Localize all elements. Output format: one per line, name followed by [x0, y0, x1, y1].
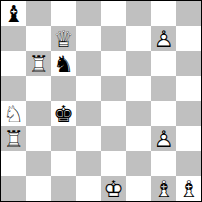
square-g2[interactable] — [151, 151, 176, 176]
square-d2[interactable] — [76, 151, 101, 176]
square-b8[interactable] — [26, 1, 51, 26]
square-h6[interactable] — [176, 51, 201, 76]
square-h5[interactable] — [176, 76, 201, 101]
piece-black-knight-c6: ♞ — [51, 51, 76, 76]
square-g5[interactable] — [151, 76, 176, 101]
square-f6[interactable] — [126, 51, 151, 76]
square-b5[interactable] — [26, 76, 51, 101]
square-f4[interactable] — [126, 101, 151, 126]
square-e6[interactable] — [101, 51, 126, 76]
square-g1[interactable]: ♝♗ — [151, 176, 176, 201]
square-a8[interactable]: ♝ — [1, 1, 26, 26]
square-e3[interactable] — [101, 126, 126, 151]
square-h3[interactable] — [176, 126, 201, 151]
piece-black-king-c4: ♚ — [51, 101, 76, 126]
square-g4[interactable] — [151, 101, 176, 126]
piece-white-knight-a4: ♞♘ — [1, 101, 26, 126]
piece-white-rook-b6: ♜♖ — [26, 51, 51, 76]
square-c3[interactable] — [51, 126, 76, 151]
square-d5[interactable] — [76, 76, 101, 101]
square-c6[interactable]: ♞ — [51, 51, 76, 76]
square-c8[interactable] — [51, 1, 76, 26]
square-a6[interactable] — [1, 51, 26, 76]
chess-board: ♝♛♕♟♙♜♖♞♞♘♚♜♖♟♙♚♔♝♗♝♗ — [1, 1, 201, 201]
square-a5[interactable] — [1, 76, 26, 101]
square-f2[interactable] — [126, 151, 151, 176]
square-h1[interactable]: ♝♗ — [176, 176, 201, 201]
piece-white-bishop-h1: ♝♗ — [176, 176, 201, 201]
square-e2[interactable] — [101, 151, 126, 176]
square-h7[interactable] — [176, 26, 201, 51]
square-e5[interactable] — [101, 76, 126, 101]
piece-white-rook-a3: ♜♖ — [1, 126, 26, 151]
square-f3[interactable] — [126, 126, 151, 151]
knight-outline-layer: ♘ — [1, 101, 26, 126]
square-a1[interactable] — [1, 176, 26, 201]
square-e8[interactable] — [101, 1, 126, 26]
square-a4[interactable]: ♞♘ — [1, 101, 26, 126]
square-a3[interactable]: ♜♖ — [1, 126, 26, 151]
square-d4[interactable] — [76, 101, 101, 126]
rook-outline-layer: ♖ — [1, 126, 26, 151]
square-e4[interactable] — [101, 101, 126, 126]
square-f5[interactable] — [126, 76, 151, 101]
square-d3[interactable] — [76, 126, 101, 151]
pawn-outline-layer: ♙ — [151, 126, 176, 151]
square-b3[interactable] — [26, 126, 51, 151]
square-a2[interactable] — [1, 151, 26, 176]
square-h8[interactable] — [176, 1, 201, 26]
square-b6[interactable]: ♜♖ — [26, 51, 51, 76]
piece-white-queen-c7: ♛♕ — [51, 26, 76, 51]
square-b7[interactable] — [26, 26, 51, 51]
square-e1[interactable]: ♚♔ — [101, 176, 126, 201]
square-g7[interactable]: ♟♙ — [151, 26, 176, 51]
square-c1[interactable] — [51, 176, 76, 201]
square-c2[interactable] — [51, 151, 76, 176]
square-d6[interactable] — [76, 51, 101, 76]
piece-white-pawn-g7: ♟♙ — [151, 26, 176, 51]
square-d8[interactable] — [76, 1, 101, 26]
square-g6[interactable] — [151, 51, 176, 76]
square-g8[interactable] — [151, 1, 176, 26]
square-d1[interactable] — [76, 176, 101, 201]
chess-diagram-frame: ♝♛♕♟♙♜♖♞♞♘♚♜♖♟♙♚♔♝♗♝♗ — [0, 0, 202, 202]
square-g3[interactable]: ♟♙ — [151, 126, 176, 151]
square-c4[interactable]: ♚ — [51, 101, 76, 126]
square-a7[interactable] — [1, 26, 26, 51]
bishop-outline-layer: ♗ — [151, 176, 176, 201]
square-f1[interactable] — [126, 176, 151, 201]
square-f7[interactable] — [126, 26, 151, 51]
square-b1[interactable] — [26, 176, 51, 201]
square-e7[interactable] — [101, 26, 126, 51]
square-d7[interactable] — [76, 26, 101, 51]
square-c5[interactable] — [51, 76, 76, 101]
bishop-outline-layer: ♗ — [176, 176, 201, 201]
piece-black-bishop-a8: ♝ — [1, 1, 26, 26]
square-b4[interactable] — [26, 101, 51, 126]
piece-white-king-e1: ♚♔ — [101, 176, 126, 201]
piece-white-bishop-g1: ♝♗ — [151, 176, 176, 201]
square-f8[interactable] — [126, 1, 151, 26]
king-outline-layer: ♔ — [101, 176, 126, 201]
square-b2[interactable] — [26, 151, 51, 176]
square-h4[interactable] — [176, 101, 201, 126]
square-c7[interactable]: ♛♕ — [51, 26, 76, 51]
queen-outline-layer: ♕ — [51, 26, 76, 51]
piece-white-pawn-g3: ♟♙ — [151, 126, 176, 151]
rook-outline-layer: ♖ — [26, 51, 51, 76]
pawn-outline-layer: ♙ — [151, 26, 176, 51]
square-h2[interactable] — [176, 151, 201, 176]
